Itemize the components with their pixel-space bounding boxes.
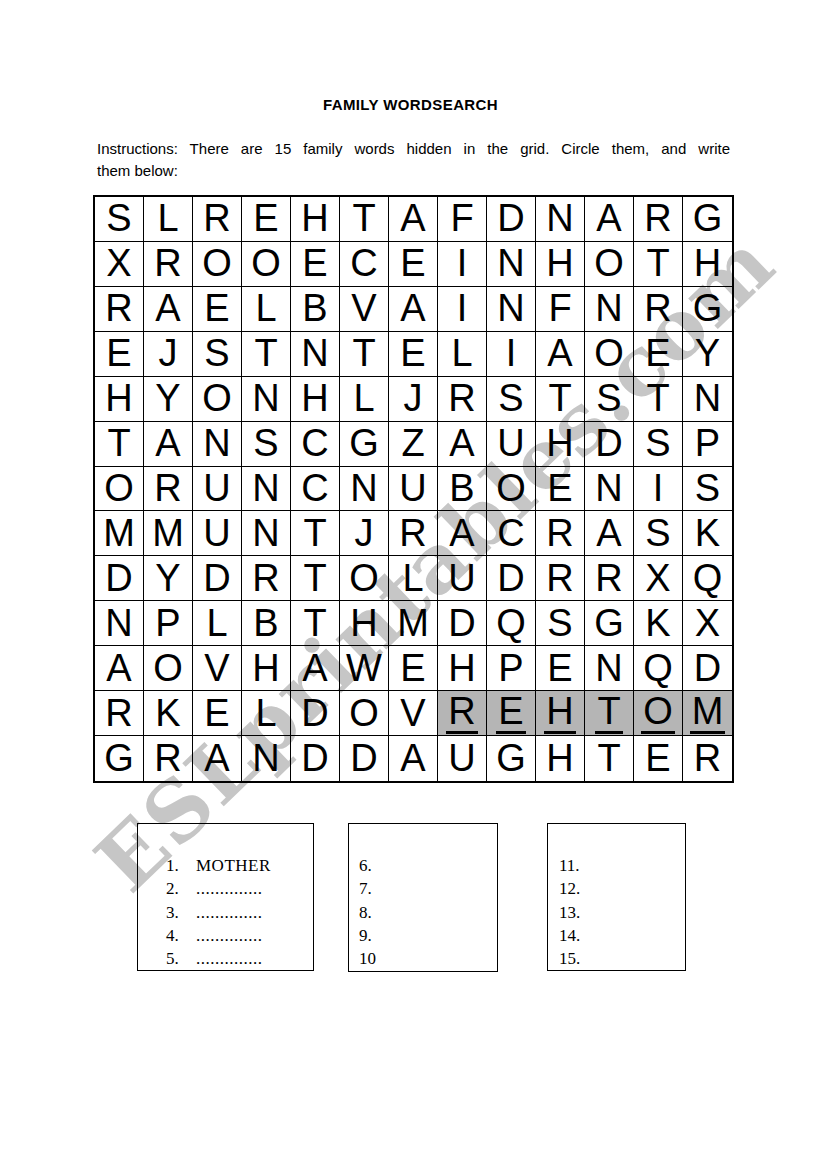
grid-letter: A — [594, 514, 623, 553]
grid-cell-r7-c11[interactable]: N — [585, 467, 634, 512]
grid-cell-r2-c5[interactable]: E — [291, 242, 340, 287]
answer-text: .............. — [196, 903, 263, 922]
grid-cell-r13-c4[interactable]: N — [242, 736, 291, 781]
grid-cell-r10-c9[interactable]: Q — [487, 601, 536, 646]
grid-cell-r7-c10[interactable]: E — [536, 467, 585, 512]
grid-cell-r6-c8[interactable]: A — [438, 422, 487, 467]
grid-cell-r10-c7[interactable]: M — [389, 601, 438, 646]
grid-cell-r10-c13[interactable]: X — [683, 601, 732, 646]
grid-letter: I — [651, 469, 666, 508]
grid-cell-r13-c5[interactable]: D — [291, 736, 340, 781]
grid-cell-r12-c5[interactable]: D — [291, 691, 340, 736]
grid-cell-r1-c9[interactable]: D — [487, 197, 536, 242]
grid-cell-r13-c11[interactable]: T — [585, 736, 634, 781]
grid-cell-r3-c7[interactable]: A — [389, 287, 438, 332]
answer-item[interactable]: 1.MOTHER — [166, 854, 313, 877]
answer-number: 2. — [166, 877, 196, 900]
grid-cell-r8-c3[interactable]: U — [193, 511, 242, 556]
grid-cell-r13-c8[interactable]: U — [438, 736, 487, 781]
grid-cell-r12-c13[interactable]: M — [683, 691, 732, 736]
grid-letter: O — [200, 379, 234, 418]
grid-cell-r12-c4[interactable]: L — [242, 691, 291, 736]
grid-cell-r13-c12[interactable]: E — [634, 736, 683, 781]
grid-cell-r7-c12[interactable]: I — [634, 467, 683, 512]
grid-cell-r11-c6[interactable]: W — [340, 646, 389, 691]
grid-cell-r8-c10[interactable]: R — [536, 511, 585, 556]
grid-cell-r13-c9[interactable]: G — [487, 736, 536, 781]
grid-cell-r2-c6[interactable]: C — [340, 242, 389, 287]
grid-cell-r13-c2[interactable]: R — [144, 736, 193, 781]
grid-letter: N — [593, 469, 624, 508]
grid-letter: A — [447, 424, 476, 463]
answer-item[interactable]: 2............... — [166, 877, 313, 900]
grid-cell-r5-c6[interactable]: L — [340, 377, 389, 422]
answer-item[interactable]: 15. — [559, 947, 685, 970]
grid-cell-r3-c8[interactable]: I — [438, 287, 487, 332]
grid-cell-r6-c2[interactable]: A — [144, 422, 193, 467]
grid-cell-r7-c2[interactable]: R — [144, 467, 193, 512]
grid-cell-r1-c5[interactable]: H — [291, 197, 340, 242]
grid-cell-r8-c1[interactable]: M — [95, 511, 144, 556]
grid-cell-r3-c6[interactable]: V — [340, 287, 389, 332]
grid-cell-r8-c6[interactable]: J — [340, 511, 389, 556]
grid-cell-r7-c4[interactable]: N — [242, 467, 291, 512]
grid-letter: R — [544, 559, 575, 598]
grid-cell-r6-c6[interactable]: G — [340, 422, 389, 467]
answer-item[interactable]: 8. — [359, 901, 497, 924]
grid-letter: J — [353, 514, 376, 553]
grid-cell-r9-c12[interactable]: X — [634, 556, 683, 601]
grid-letter: T — [301, 514, 328, 553]
grid-cell-r11-c10[interactable]: E — [536, 646, 585, 691]
grid-cell-r4-c9[interactable]: I — [487, 332, 536, 377]
grid-cell-r11-c13[interactable]: D — [683, 646, 732, 691]
grid-letter: D — [103, 559, 134, 598]
grid-cell-r5-c4[interactable]: N — [242, 377, 291, 422]
grid-cell-r10-c5[interactable]: T — [291, 601, 340, 646]
answer-item[interactable]: 14. — [559, 924, 685, 947]
grid-cell-r8-c13[interactable]: K — [683, 511, 732, 556]
grid-cell-r11-c2[interactable]: O — [144, 646, 193, 691]
grid-letter: K — [643, 604, 672, 643]
grid-letter: G — [691, 199, 725, 238]
grid-letter: L — [204, 604, 229, 643]
grid-cell-r5-c9[interactable]: S — [487, 377, 536, 422]
grid-letter: N — [495, 289, 526, 328]
instructions: Instructions: There are 15 family words … — [97, 138, 730, 182]
answer-number: 4. — [166, 924, 196, 947]
grid-cell-r6-c4[interactable]: S — [242, 422, 291, 467]
grid-cell-r10-c8[interactable]: D — [438, 601, 487, 646]
grid-cell-r8-c4[interactable]: N — [242, 511, 291, 556]
grid-cell-r9-c2[interactable]: Y — [144, 556, 193, 601]
grid-cell-r6-c11[interactable]: D — [585, 422, 634, 467]
grid-cell-r4-c10[interactable]: A — [536, 332, 585, 377]
grid-letter: E — [398, 649, 427, 688]
grid-cell-r4-c8[interactable]: L — [438, 332, 487, 377]
grid-letter: V — [349, 289, 378, 328]
answer-text: .............. — [196, 879, 263, 898]
grid-letter: M — [150, 514, 186, 553]
grid-letter: A — [104, 649, 133, 688]
grid-cell-r10-c10[interactable]: S — [536, 601, 585, 646]
grid-cell-r2-c3[interactable]: O — [193, 242, 242, 287]
grid-letter: K — [693, 514, 722, 553]
grid-cell-r3-c9[interactable]: N — [487, 287, 536, 332]
answer-text: MOTHER — [196, 856, 271, 875]
grid-cell-r1-c10[interactable]: N — [536, 197, 585, 242]
grid-cell-r2-c1[interactable]: X — [95, 242, 144, 287]
grid-cell-r1-c6[interactable]: T — [340, 197, 389, 242]
grid-cell-r12-c2[interactable]: K — [144, 691, 193, 736]
grid-letter: T — [644, 244, 671, 283]
grid-cell-r10-c2[interactable]: P — [144, 601, 193, 646]
grid-cell-r4-c4[interactable]: T — [242, 332, 291, 377]
answer-text: .............. — [196, 949, 263, 968]
grid-cell-r4-c11[interactable]: O — [585, 332, 634, 377]
grid-letter: E — [251, 199, 280, 238]
grid-cell-r11-c4[interactable]: H — [242, 646, 291, 691]
grid-cell-r7-c3[interactable]: U — [193, 467, 242, 512]
grid-cell-r10-c12[interactable]: K — [634, 601, 683, 646]
answer-list-3: 11.12.13.14.15. — [548, 824, 685, 970]
grid-cell-r2-c12[interactable]: T — [634, 242, 683, 287]
answer-item[interactable]: 7. — [359, 877, 497, 900]
grid-letter: E — [643, 739, 672, 778]
grid-cell-r6-c12[interactable]: S — [634, 422, 683, 467]
grid-cell-r12-c10[interactable]: H — [536, 691, 585, 736]
grid-letter: U — [397, 469, 428, 508]
grid-cell-r5-c12[interactable]: T — [634, 377, 683, 422]
grid-cell-r9-c4[interactable]: R — [242, 556, 291, 601]
grid-letter: Y — [153, 379, 182, 418]
answer-list-2: 6.7.8.9.10 — [349, 824, 497, 970]
grid-letter: N — [299, 334, 330, 373]
grid-cell-r9-c3[interactable]: D — [193, 556, 242, 601]
grid-cell-r12-c9[interactable]: E — [487, 691, 536, 736]
grid-cell-r12-c11[interactable]: T — [585, 691, 634, 736]
grid-letter: T — [350, 334, 377, 373]
grid-cell-r4-c5[interactable]: N — [291, 332, 340, 377]
grid-cell-r6-c13[interactable]: P — [683, 422, 732, 467]
grid-cell-r13-c7[interactable]: A — [389, 736, 438, 781]
grid-cell-r1-c13[interactable]: G — [683, 197, 732, 242]
answer-item[interactable]: 12. — [559, 877, 685, 900]
grid-cell-r4-c1[interactable]: E — [95, 332, 144, 377]
grid-cell-r3-c1[interactable]: R — [95, 287, 144, 332]
grid-letter: S — [643, 514, 672, 553]
grid-letter: D — [446, 604, 477, 643]
grid-cell-r8-c2[interactable]: M — [144, 511, 193, 556]
grid-cell-r3-c11[interactable]: N — [585, 287, 634, 332]
grid-letter: N — [201, 424, 232, 463]
answer-number: 15. — [559, 947, 589, 970]
grid-letter: M — [690, 692, 726, 734]
answer-list-1: 1.MOTHER2...............3...............… — [138, 824, 313, 970]
answer-number: 14. — [559, 924, 589, 947]
grid-cell-r12-c3[interactable]: E — [193, 691, 242, 736]
grid-letter: O — [641, 692, 675, 734]
answer-item[interactable]: 4............... — [166, 924, 313, 947]
answer-box-1: 1.MOTHER2...............3...............… — [137, 823, 314, 971]
grid-cell-r5-c1[interactable]: H — [95, 377, 144, 422]
grid-letter: R — [593, 559, 624, 598]
grid-cell-r9-c9[interactable]: D — [487, 556, 536, 601]
answer-item[interactable]: 9. — [359, 924, 497, 947]
grid-letter: S — [104, 199, 133, 238]
grid-letter: R — [446, 692, 477, 734]
grid-letter: L — [449, 334, 474, 373]
grid-cell-r6-c1[interactable]: T — [95, 422, 144, 467]
grid-letter: U — [201, 469, 232, 508]
grid-cell-r5-c7[interactable]: J — [389, 377, 438, 422]
grid-cell-r2-c8[interactable]: I — [438, 242, 487, 287]
grid-cell-r7-c6[interactable]: N — [340, 467, 389, 512]
grid-letter: L — [155, 199, 180, 238]
grid-cell-r3-c5[interactable]: B — [291, 287, 340, 332]
grid-cell-r1-c8[interactable]: F — [438, 197, 487, 242]
grid-letter: L — [351, 379, 376, 418]
grid-cell-r7-c5[interactable]: C — [291, 467, 340, 512]
grid-letter: O — [494, 469, 528, 508]
grid-cell-r3-c4[interactable]: L — [242, 287, 291, 332]
grid-cell-r12-c6[interactable]: O — [340, 691, 389, 736]
answer-text: .............. — [196, 926, 263, 945]
grid-cell-r1-c1[interactable]: S — [95, 197, 144, 242]
answer-number: 3. — [166, 901, 196, 924]
grid-cell-r7-c1[interactable]: O — [95, 467, 144, 512]
answer-number: 9. — [359, 924, 389, 947]
grid-letter: S — [202, 334, 231, 373]
grid-letter: G — [102, 739, 136, 778]
grid-cell-r11-c9[interactable]: P — [487, 646, 536, 691]
answer-number: 5. — [166, 947, 196, 970]
grid-letter: S — [545, 604, 574, 643]
grid-letter: A — [153, 424, 182, 463]
grid-cell-r9-c11[interactable]: R — [585, 556, 634, 601]
grid-letter: R — [692, 739, 723, 778]
grid-letter: N — [250, 739, 281, 778]
grid-letter: T — [301, 604, 328, 643]
grid-cell-r13-c6[interactable]: D — [340, 736, 389, 781]
grid-letter: R — [152, 469, 183, 508]
grid-cell-r13-c10[interactable]: H — [536, 736, 585, 781]
grid-cell-r11-c7[interactable]: E — [389, 646, 438, 691]
grid-letter: C — [495, 514, 526, 553]
grid-cell-r12-c7[interactable]: V — [389, 691, 438, 736]
grid-letter: J — [157, 334, 180, 373]
grid-cell-r8-c12[interactable]: S — [634, 511, 683, 556]
grid-cell-r5-c2[interactable]: Y — [144, 377, 193, 422]
grid-cell-r11-c11[interactable]: N — [585, 646, 634, 691]
grid-cell-r6-c9[interactable]: U — [487, 422, 536, 467]
grid-cell-r7-c13[interactable]: S — [683, 467, 732, 512]
grid-letter: A — [594, 199, 623, 238]
grid-letter: D — [692, 649, 723, 688]
grid-cell-r13-c13[interactable]: R — [683, 736, 732, 781]
grid-cell-r2-c2[interactable]: R — [144, 242, 193, 287]
answer-item[interactable]: 13. — [559, 901, 685, 924]
grid-cell-r10-c1[interactable]: N — [95, 601, 144, 646]
grid-letter: O — [102, 469, 136, 508]
grid-cell-r11-c8[interactable]: H — [438, 646, 487, 691]
answer-number: 8. — [359, 901, 389, 924]
answer-number: 7. — [359, 877, 389, 900]
grid-cell-r11-c1[interactable]: A — [95, 646, 144, 691]
grid-cell-r5-c5[interactable]: H — [291, 377, 340, 422]
grid-cell-r13-c3[interactable]: A — [193, 736, 242, 781]
grid-cell-r5-c11[interactable]: S — [585, 377, 634, 422]
grid-letter: G — [494, 739, 528, 778]
grid-cell-r8-c5[interactable]: T — [291, 511, 340, 556]
grid-letter: H — [544, 424, 575, 463]
grid-cell-r3-c10[interactable]: F — [536, 287, 585, 332]
grid-cell-r9-c8[interactable]: U — [438, 556, 487, 601]
answer-item[interactable]: 11. — [559, 854, 685, 877]
answer-number: 11. — [559, 854, 589, 877]
grid-letter: X — [104, 244, 133, 283]
grid-cell-r9-c6[interactable]: O — [340, 556, 389, 601]
grid-letter: M — [101, 514, 137, 553]
grid-cell-r9-c13[interactable]: Q — [683, 556, 732, 601]
grid-letter: R — [642, 289, 673, 328]
grid-cell-r9-c10[interactable]: R — [536, 556, 585, 601]
grid-cell-r3-c12[interactable]: R — [634, 287, 683, 332]
grid-cell-r4-c2[interactable]: J — [144, 332, 193, 377]
grid-cell-r8-c9[interactable]: C — [487, 511, 536, 556]
grid-cell-r4-c13[interactable]: Y — [683, 332, 732, 377]
grid-letter: H — [692, 244, 723, 283]
answer-box-3: 11.12.13.14.15. — [547, 823, 686, 971]
grid-letter: K — [153, 694, 182, 733]
grid-cell-r3-c3[interactable]: E — [193, 287, 242, 332]
answer-item[interactable]: 6. — [359, 854, 497, 877]
grid-cell-r10-c3[interactable]: L — [193, 601, 242, 646]
grid-cell-r8-c7[interactable]: R — [389, 511, 438, 556]
grid-letter: O — [200, 244, 234, 283]
grid-letter: O — [249, 244, 283, 283]
grid-letter: T — [105, 424, 132, 463]
grid-cell-r4-c7[interactable]: E — [389, 332, 438, 377]
grid-cell-r4-c3[interactable]: S — [193, 332, 242, 377]
grid-letter: T — [252, 334, 279, 373]
grid-letter: B — [300, 289, 329, 328]
grid-letter: U — [495, 424, 526, 463]
grid-letter: A — [398, 199, 427, 238]
grid-letter: T — [546, 379, 573, 418]
grid-cell-r13-c1[interactable]: G — [95, 736, 144, 781]
grid-letter: F — [448, 199, 475, 238]
grid-cell-r3-c13[interactable]: G — [683, 287, 732, 332]
grid-cell-r2-c9[interactable]: N — [487, 242, 536, 287]
grid-cell-r6-c7[interactable]: Z — [389, 422, 438, 467]
grid-cell-r1-c3[interactable]: R — [193, 197, 242, 242]
grid-letter: C — [299, 424, 330, 463]
grid-cell-r6-c3[interactable]: N — [193, 422, 242, 467]
grid-letter: Y — [693, 334, 722, 373]
grid-letter: D — [495, 199, 526, 238]
grid-letter: R — [446, 379, 477, 418]
grid-cell-r5-c3[interactable]: O — [193, 377, 242, 422]
grid-letter: N — [250, 514, 281, 553]
grid-cell-r9-c7[interactable]: L — [389, 556, 438, 601]
grid-cell-r2-c10[interactable]: H — [536, 242, 585, 287]
grid-letter: H — [250, 649, 281, 688]
grid-cell-r7-c7[interactable]: U — [389, 467, 438, 512]
answer-number: 6. — [359, 854, 389, 877]
grid-letter: A — [398, 289, 427, 328]
answer-item[interactable]: 10 — [359, 947, 497, 970]
grid-cell-r6-c5[interactable]: C — [291, 422, 340, 467]
answer-box-2: 6.7.8.9.10 — [348, 823, 498, 972]
grid-cell-r10-c11[interactable]: G — [585, 601, 634, 646]
wordsearch-grid: SLREHTAFDNARGXROOECEINHOTHRAELBVAINFNRGE… — [93, 195, 734, 783]
grid-cell-r7-c8[interactable]: B — [438, 467, 487, 512]
grid-letter: M — [395, 604, 431, 643]
grid-letter: B — [447, 469, 476, 508]
grid-cell-r2-c7[interactable]: E — [389, 242, 438, 287]
grid-letter: V — [202, 649, 231, 688]
grid-cell-r1-c12[interactable]: R — [634, 197, 683, 242]
grid-cell-r1-c2[interactable]: L — [144, 197, 193, 242]
grid-cell-r4-c6[interactable]: T — [340, 332, 389, 377]
grid-cell-r9-c1[interactable]: D — [95, 556, 144, 601]
grid-letter: O — [592, 244, 626, 283]
grid-cell-r7-c9[interactable]: O — [487, 467, 536, 512]
grid-cell-r12-c12[interactable]: O — [634, 691, 683, 736]
grid-cell-r5-c10[interactable]: T — [536, 377, 585, 422]
grid-cell-r6-c10[interactable]: H — [536, 422, 585, 467]
grid-cell-r2-c11[interactable]: O — [585, 242, 634, 287]
answer-number: 13. — [559, 901, 589, 924]
grid-cell-r2-c4[interactable]: O — [242, 242, 291, 287]
grid-letter: N — [593, 649, 624, 688]
grid-cell-r8-c8[interactable]: A — [438, 511, 487, 556]
grid-cell-r2-c13[interactable]: H — [683, 242, 732, 287]
grid-cell-r12-c1[interactable]: R — [95, 691, 144, 736]
grid-cell-r9-c5[interactable]: T — [291, 556, 340, 601]
grid-cell-r1-c7[interactable]: A — [389, 197, 438, 242]
answer-item[interactable]: 3............... — [166, 901, 313, 924]
grid-cell-r8-c11[interactable]: A — [585, 511, 634, 556]
grid-letter: E — [643, 334, 672, 373]
grid-cell-r11-c5[interactable]: A — [291, 646, 340, 691]
grid-letter: R — [642, 199, 673, 238]
answer-number: 1. — [166, 854, 196, 877]
grid-letter: N — [250, 469, 281, 508]
grid-letter: E — [104, 334, 133, 373]
grid-letter: S — [643, 424, 672, 463]
grid-cell-r4-c12[interactable]: E — [634, 332, 683, 377]
grid-cell-r5-c8[interactable]: R — [438, 377, 487, 422]
grid-letter: D — [201, 559, 232, 598]
grid-cell-r12-c8[interactable]: R — [438, 691, 487, 736]
grid-cell-r11-c3[interactable]: V — [193, 646, 242, 691]
grid-cell-r1-c11[interactable]: A — [585, 197, 634, 242]
grid-cell-r1-c4[interactable]: E — [242, 197, 291, 242]
grid-letter: F — [546, 289, 573, 328]
grid-cell-r5-c13[interactable]: N — [683, 377, 732, 422]
grid-letter: O — [347, 694, 381, 733]
grid-letter: J — [402, 379, 425, 418]
grid-cell-r3-c2[interactable]: A — [144, 287, 193, 332]
grid-cell-r10-c6[interactable]: H — [340, 601, 389, 646]
grid-letter: E — [545, 469, 574, 508]
grid-letter: N — [348, 469, 379, 508]
answer-item[interactable]: 5............... — [166, 947, 313, 970]
grid-cell-r11-c12[interactable]: Q — [634, 646, 683, 691]
grid-cell-r10-c4[interactable]: B — [242, 601, 291, 646]
